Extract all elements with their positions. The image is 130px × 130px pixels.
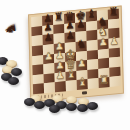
black-checker-disc bbox=[66, 103, 77, 111]
chess-piece-dark-r: ♜ bbox=[54, 13, 64, 22]
chess-piece-dark-p: ♟ bbox=[65, 21, 74, 30]
chess-piece-dark-p: ♟ bbox=[43, 24, 52, 33]
chess-piece-dark-p: ♟ bbox=[44, 33, 53, 42]
chess-piece-light-p: ♟ bbox=[77, 59, 86, 68]
chess-piece-dark-p: ♟ bbox=[65, 31, 74, 40]
frame-clasp bbox=[82, 91, 87, 94]
chess-piece-light-q: ♛ bbox=[65, 60, 76, 69]
chess-piece-light-r: ♜ bbox=[99, 76, 109, 85]
chess-piece-dark-p: ♟ bbox=[76, 20, 85, 29]
board-grid: ♟♜♛♚♝♜♟♟♟♞♟♟♞♟♞♟♟♟♟♚♟♛♟♟♝♝♜ bbox=[31, 9, 121, 95]
chess-piece-light-n: ♞ bbox=[98, 28, 108, 37]
black-checker-disc bbox=[49, 105, 60, 113]
chess-piece-dark-k: ♚ bbox=[75, 11, 86, 20]
chess-piece-light-p: ♟ bbox=[55, 42, 64, 51]
chess-piece-light-p: ♟ bbox=[99, 38, 108, 47]
chess-piece-light-p: ♟ bbox=[44, 53, 53, 62]
black-checker-disc bbox=[8, 77, 19, 85]
chess-piece-light-p: ♟ bbox=[110, 37, 119, 46]
fallen-knight-icon: ♞ bbox=[2, 22, 18, 37]
chess-piece-light-b: ♝ bbox=[77, 78, 87, 87]
black-checker-disc bbox=[11, 68, 22, 76]
chess-piece-dark-n: ♞ bbox=[98, 18, 108, 27]
chess-piece-dark-p: ♟ bbox=[43, 14, 52, 23]
chess-piece-light-p: ♟ bbox=[56, 71, 65, 80]
chess-piece-light-p: ♟ bbox=[55, 61, 64, 70]
product-photo: ♟♜♛♚♝♜♟♟♟♞♟♟♞♟♞♟♟♟♟♚♟♛♟♟♝♝♜ ♞ bbox=[0, 0, 130, 130]
chess-piece-light-p: ♟ bbox=[55, 51, 64, 60]
chess-piece-dark-n: ♞ bbox=[76, 40, 86, 49]
chess-board: ♟♜♛♚♝♜♟♟♟♞♟♟♞♟♞♟♟♟♟♚♟♛♟♟♝♝♜ bbox=[28, 5, 124, 102]
chess-piece-dark-q: ♛ bbox=[64, 12, 75, 21]
chess-piece-light-b: ♝ bbox=[66, 70, 76, 79]
black-checker-disc bbox=[87, 102, 98, 110]
chess-piece-dark-b: ♝ bbox=[86, 10, 96, 19]
chess-piece-dark-r: ♜ bbox=[108, 8, 118, 17]
chess-piece-light-k: ♚ bbox=[65, 50, 76, 59]
